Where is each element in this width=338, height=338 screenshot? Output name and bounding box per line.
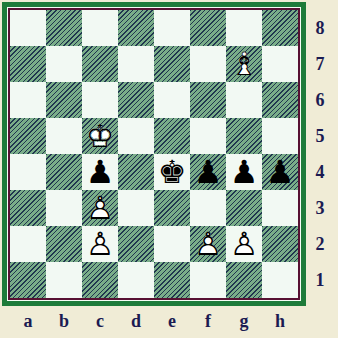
white-pawn: ♙ bbox=[226, 226, 262, 262]
square-b3[interactable] bbox=[46, 190, 82, 226]
square-d1[interactable] bbox=[118, 262, 154, 298]
square-b4[interactable] bbox=[46, 154, 82, 190]
file-label-h: h bbox=[262, 305, 298, 337]
square-g4[interactable]: ♟ bbox=[226, 154, 262, 190]
square-a5[interactable] bbox=[10, 118, 46, 154]
square-h2[interactable] bbox=[262, 226, 298, 262]
board-inner-white-line: ♝♗♚♔♟♚♟♟♟♟♙♟♙♟♙♟♙ bbox=[7, 7, 301, 301]
square-f7[interactable] bbox=[190, 46, 226, 82]
square-h6[interactable] bbox=[262, 82, 298, 118]
square-c7[interactable] bbox=[82, 46, 118, 82]
white-king: ♔ bbox=[82, 118, 118, 154]
square-e7[interactable] bbox=[154, 46, 190, 82]
square-f5[interactable] bbox=[190, 118, 226, 154]
chess-diagram: ♝♗♚♔♟♚♟♟♟♟♙♟♙♟♙♟♙ 87654321 abcdefgh bbox=[0, 0, 338, 338]
square-f1[interactable] bbox=[190, 262, 226, 298]
file-label-c: c bbox=[82, 305, 118, 337]
square-b5[interactable] bbox=[46, 118, 82, 154]
rank-label-5: 5 bbox=[303, 118, 337, 154]
chess-board: ♝♗♚♔♟♚♟♟♟♟♙♟♙♟♙♟♙ bbox=[10, 10, 298, 298]
square-e8[interactable] bbox=[154, 10, 190, 46]
square-f3[interactable] bbox=[190, 190, 226, 226]
square-f2[interactable]: ♟♙ bbox=[190, 226, 226, 262]
file-label-f: f bbox=[190, 305, 226, 337]
square-d4[interactable] bbox=[118, 154, 154, 190]
white-pawn-fill: ♟ bbox=[82, 190, 118, 226]
square-c8[interactable] bbox=[82, 10, 118, 46]
square-d2[interactable] bbox=[118, 226, 154, 262]
board-outer-border: ♝♗♚♔♟♚♟♟♟♟♙♟♙♟♙♟♙ bbox=[2, 2, 306, 306]
square-c5[interactable]: ♚♔ bbox=[82, 118, 118, 154]
square-b7[interactable] bbox=[46, 46, 82, 82]
file-label-b: b bbox=[46, 305, 82, 337]
square-g8[interactable] bbox=[226, 10, 262, 46]
square-c4[interactable]: ♟ bbox=[82, 154, 118, 190]
square-c3[interactable]: ♟♙ bbox=[82, 190, 118, 226]
square-h5[interactable] bbox=[262, 118, 298, 154]
rank-label-3: 3 bbox=[303, 190, 337, 226]
square-g6[interactable] bbox=[226, 82, 262, 118]
white-pawn-fill: ♟ bbox=[82, 226, 118, 262]
square-g2[interactable]: ♟♙ bbox=[226, 226, 262, 262]
square-g3[interactable] bbox=[226, 190, 262, 226]
square-h7[interactable] bbox=[262, 46, 298, 82]
square-f8[interactable] bbox=[190, 10, 226, 46]
black-pawn: ♟ bbox=[190, 154, 226, 190]
square-b6[interactable] bbox=[46, 82, 82, 118]
board-maroon-border: ♝♗♚♔♟♚♟♟♟♟♙♟♙♟♙♟♙ bbox=[8, 8, 300, 300]
square-d8[interactable] bbox=[118, 10, 154, 46]
file-labels: abcdefgh bbox=[10, 305, 298, 337]
square-a4[interactable] bbox=[10, 154, 46, 190]
black-pawn: ♟ bbox=[226, 154, 262, 190]
square-e5[interactable] bbox=[154, 118, 190, 154]
square-b1[interactable] bbox=[46, 262, 82, 298]
white-pawn: ♙ bbox=[82, 226, 118, 262]
square-b2[interactable] bbox=[46, 226, 82, 262]
square-h8[interactable] bbox=[262, 10, 298, 46]
black-king: ♚ bbox=[154, 154, 190, 190]
file-label-d: d bbox=[118, 305, 154, 337]
square-a2[interactable] bbox=[10, 226, 46, 262]
square-e3[interactable] bbox=[154, 190, 190, 226]
rank-labels: 87654321 bbox=[303, 10, 337, 298]
square-a7[interactable] bbox=[10, 46, 46, 82]
square-f4[interactable]: ♟ bbox=[190, 154, 226, 190]
square-e6[interactable] bbox=[154, 82, 190, 118]
square-g5[interactable] bbox=[226, 118, 262, 154]
square-g1[interactable] bbox=[226, 262, 262, 298]
file-label-a: a bbox=[10, 305, 46, 337]
square-d3[interactable] bbox=[118, 190, 154, 226]
white-king-fill: ♚ bbox=[82, 118, 118, 154]
square-h4[interactable]: ♟ bbox=[262, 154, 298, 190]
black-pawn: ♟ bbox=[262, 154, 298, 190]
white-bishop: ♗ bbox=[226, 46, 262, 82]
white-pawn: ♙ bbox=[190, 226, 226, 262]
square-a1[interactable] bbox=[10, 262, 46, 298]
rank-label-6: 6 bbox=[303, 82, 337, 118]
rank-label-8: 8 bbox=[303, 10, 337, 46]
square-d7[interactable] bbox=[118, 46, 154, 82]
square-g7[interactable]: ♝♗ bbox=[226, 46, 262, 82]
white-pawn: ♙ bbox=[82, 190, 118, 226]
white-pawn-fill: ♟ bbox=[190, 226, 226, 262]
square-d5[interactable] bbox=[118, 118, 154, 154]
square-a8[interactable] bbox=[10, 10, 46, 46]
square-f6[interactable] bbox=[190, 82, 226, 118]
file-label-g: g bbox=[226, 305, 262, 337]
white-pawn-fill: ♟ bbox=[226, 226, 262, 262]
rank-label-7: 7 bbox=[303, 46, 337, 82]
square-c2[interactable]: ♟♙ bbox=[82, 226, 118, 262]
square-a3[interactable] bbox=[10, 190, 46, 226]
square-b8[interactable] bbox=[46, 10, 82, 46]
rank-label-4: 4 bbox=[303, 154, 337, 190]
square-h1[interactable] bbox=[262, 262, 298, 298]
white-bishop-fill: ♝ bbox=[226, 46, 262, 82]
square-c1[interactable] bbox=[82, 262, 118, 298]
rank-label-2: 2 bbox=[303, 226, 337, 262]
black-pawn: ♟ bbox=[82, 154, 118, 190]
square-c6[interactable] bbox=[82, 82, 118, 118]
square-e2[interactable] bbox=[154, 226, 190, 262]
file-label-e: e bbox=[154, 305, 190, 337]
square-e1[interactable] bbox=[154, 262, 190, 298]
rank-label-1: 1 bbox=[303, 262, 337, 298]
square-a6[interactable] bbox=[10, 82, 46, 118]
square-h3[interactable] bbox=[262, 190, 298, 226]
square-d6[interactable] bbox=[118, 82, 154, 118]
square-e4[interactable]: ♚ bbox=[154, 154, 190, 190]
